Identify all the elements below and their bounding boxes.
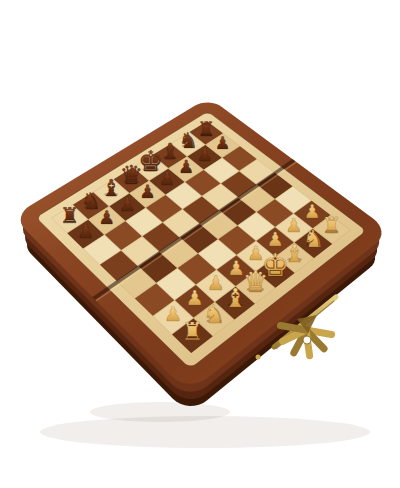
piece-white-pawn[interactable]: ♟	[186, 286, 204, 310]
product-photo-page: { "game": "chess", "description": "Foldi…	[0, 0, 400, 488]
piece-black-knight[interactable]: ♞	[179, 128, 198, 153]
piece-white-pawn[interactable]: ♟	[285, 214, 302, 237]
piece-black-pawn[interactable]: ♟	[139, 181, 156, 202]
piece-white-pawn[interactable]: ♟	[304, 201, 321, 222]
piece-black-bishop[interactable]: ♝	[160, 138, 180, 164]
clasp-fan-ridge	[280, 325, 306, 330]
piece-black-pawn[interactable]: ♟	[119, 194, 136, 215]
ground-shadow	[40, 416, 370, 448]
piece-black-pawn[interactable]: ♟	[98, 206, 115, 228]
piece-black-pawn[interactable]: ♟	[178, 156, 194, 177]
piece-black-pawn[interactable]: ♟	[215, 133, 231, 153]
clasp-hole	[303, 336, 311, 344]
piece-black-pawn[interactable]: ♟	[77, 220, 94, 243]
piece-white-knight[interactable]: ♞	[203, 299, 226, 329]
ground-shadow	[90, 402, 230, 422]
piece-white-rook[interactable]: ♜	[322, 212, 342, 238]
folding-chess-board: ♜♞♝♛♚♝♞♜♟♟♟♟♟♟♟♟♟♟♟♟♟♟♟♟♜♞♝♛♚♝♞♜	[0, 0, 400, 488]
piece-white-pawn[interactable]: ♟	[207, 271, 225, 295]
piece-black-pawn[interactable]: ♟	[159, 168, 175, 189]
chess-set-scene: ♜♞♝♛♚♝♞♜♟♟♟♟♟♟♟♟♟♟♟♟♟♟♟♟♜♞♝♛♚♝♞♜	[0, 0, 400, 488]
piece-white-pawn[interactable]: ♟	[164, 302, 183, 326]
piece-white-rook[interactable]: ♜	[181, 317, 203, 346]
piece-black-pawn[interactable]: ♟	[197, 145, 213, 165]
piece-black-rook[interactable]: ♜	[197, 117, 215, 141]
brass-pin	[256, 355, 261, 360]
